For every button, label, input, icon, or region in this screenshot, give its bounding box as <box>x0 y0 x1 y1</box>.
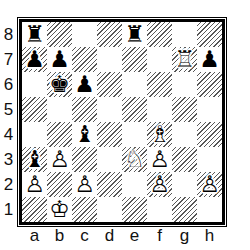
piece-white-rook: ♖ <box>172 47 197 72</box>
file-label-b: b <box>47 227 72 247</box>
piece-white-pawn: ♙ <box>72 172 97 197</box>
square-a1[interactable] <box>22 197 47 222</box>
piece-white-bishop: ♗ <box>147 122 172 147</box>
square-d1[interactable] <box>97 197 122 222</box>
square-c2[interactable]: ♙ <box>72 172 97 197</box>
square-h6[interactable] <box>197 72 222 97</box>
square-d3[interactable] <box>97 147 122 172</box>
square-b5[interactable] <box>47 97 72 122</box>
piece-black-pawn: ♟ <box>197 47 222 72</box>
piece-white-king: ♔ <box>47 197 72 222</box>
file-label-h: h <box>197 227 222 247</box>
square-e8[interactable]: ♜ <box>122 22 147 47</box>
square-g4[interactable] <box>172 122 197 147</box>
square-a8[interactable]: ♜ <box>22 22 47 47</box>
file-label-f: f <box>147 227 172 247</box>
rank-label-1: 1 <box>0 197 17 222</box>
piece-white-pawn: ♙ <box>197 172 222 197</box>
square-e1[interactable] <box>122 197 147 222</box>
square-d4[interactable] <box>97 122 122 147</box>
square-e2[interactable] <box>122 172 147 197</box>
square-h8[interactable] <box>197 22 222 47</box>
square-g1[interactable] <box>172 197 197 222</box>
square-a4[interactable] <box>22 122 47 147</box>
rank-label-2: 2 <box>0 172 17 197</box>
rank-label-4: 4 <box>0 122 17 147</box>
square-c4[interactable]: ♝ <box>72 122 97 147</box>
piece-black-pawn: ♟ <box>72 72 97 97</box>
rank-label-6: 6 <box>0 72 17 97</box>
square-g6[interactable] <box>172 72 197 97</box>
square-a5[interactable] <box>22 97 47 122</box>
square-a3[interactable]: ♝ <box>22 147 47 172</box>
square-g2[interactable] <box>172 172 197 197</box>
chess-diagram: 87654321 ♜♜♟♟♖♟♚♟♝♗♝♙♘♙♙♙♙♙♔ abcdefgh <box>0 0 250 250</box>
piece-black-rook: ♜ <box>122 22 147 47</box>
rank-labels: 87654321 <box>0 22 17 222</box>
square-g7[interactable]: ♖ <box>172 47 197 72</box>
square-d2[interactable] <box>97 172 122 197</box>
square-a7[interactable]: ♟ <box>22 47 47 72</box>
square-f2[interactable]: ♙ <box>147 172 172 197</box>
file-label-g: g <box>172 227 197 247</box>
rank-label-8: 8 <box>0 22 17 47</box>
square-b1[interactable]: ♔ <box>47 197 72 222</box>
piece-white-knight: ♘ <box>122 147 147 172</box>
square-b4[interactable] <box>47 122 72 147</box>
rank-label-7: 7 <box>0 47 17 72</box>
square-c1[interactable] <box>72 197 97 222</box>
square-e4[interactable] <box>122 122 147 147</box>
square-f1[interactable] <box>147 197 172 222</box>
square-a2[interactable]: ♙ <box>22 172 47 197</box>
square-f4[interactable]: ♗ <box>147 122 172 147</box>
piece-white-pawn: ♙ <box>147 147 172 172</box>
square-e3[interactable]: ♘ <box>122 147 147 172</box>
square-g3[interactable] <box>172 147 197 172</box>
file-labels: abcdefgh <box>22 227 222 247</box>
piece-black-rook: ♜ <box>22 22 47 47</box>
square-c6[interactable]: ♟ <box>72 72 97 97</box>
square-h4[interactable] <box>197 122 222 147</box>
square-b6[interactable]: ♚ <box>47 72 72 97</box>
file-label-d: d <box>97 227 122 247</box>
piece-white-pawn: ♙ <box>22 172 47 197</box>
rank-label-3: 3 <box>0 147 17 172</box>
square-f3[interactable]: ♙ <box>147 147 172 172</box>
square-b2[interactable] <box>47 172 72 197</box>
square-c3[interactable] <box>72 147 97 172</box>
square-d8[interactable] <box>97 22 122 47</box>
piece-black-bishop: ♝ <box>22 147 47 172</box>
chess-board-frame: ♜♜♟♟♖♟♚♟♝♗♝♙♘♙♙♙♙♙♔ <box>19 19 225 225</box>
square-f8[interactable] <box>147 22 172 47</box>
piece-white-pawn: ♙ <box>147 172 172 197</box>
square-d7[interactable] <box>97 47 122 72</box>
piece-black-pawn: ♟ <box>22 47 47 72</box>
chess-board: ♜♜♟♟♖♟♚♟♝♗♝♙♘♙♙♙♙♙♔ <box>22 22 222 222</box>
square-h2[interactable]: ♙ <box>197 172 222 197</box>
square-h3[interactable] <box>197 147 222 172</box>
square-e5[interactable] <box>122 97 147 122</box>
square-b7[interactable]: ♟ <box>47 47 72 72</box>
square-a6[interactable] <box>22 72 47 97</box>
square-f6[interactable] <box>147 72 172 97</box>
piece-black-king: ♚ <box>47 72 72 97</box>
square-h1[interactable] <box>197 197 222 222</box>
square-c8[interactable] <box>72 22 97 47</box>
piece-black-pawn: ♟ <box>47 47 72 72</box>
square-c7[interactable] <box>72 47 97 72</box>
square-g8[interactable] <box>172 22 197 47</box>
file-label-e: e <box>122 227 147 247</box>
square-d6[interactable] <box>97 72 122 97</box>
file-label-a: a <box>22 227 47 247</box>
rank-label-5: 5 <box>0 97 17 122</box>
square-g5[interactable] <box>172 97 197 122</box>
file-label-c: c <box>72 227 97 247</box>
square-f5[interactable] <box>147 97 172 122</box>
square-e6[interactable] <box>122 72 147 97</box>
piece-black-bishop: ♝ <box>72 122 97 147</box>
square-e7[interactable] <box>122 47 147 72</box>
square-f7[interactable] <box>147 47 172 72</box>
square-b8[interactable] <box>47 22 72 47</box>
square-b3[interactable]: ♙ <box>47 147 72 172</box>
square-c5[interactable] <box>72 97 97 122</box>
square-h5[interactable] <box>197 97 222 122</box>
piece-white-pawn: ♙ <box>47 147 72 172</box>
square-d5[interactable] <box>97 97 122 122</box>
square-h7[interactable]: ♟ <box>197 47 222 72</box>
